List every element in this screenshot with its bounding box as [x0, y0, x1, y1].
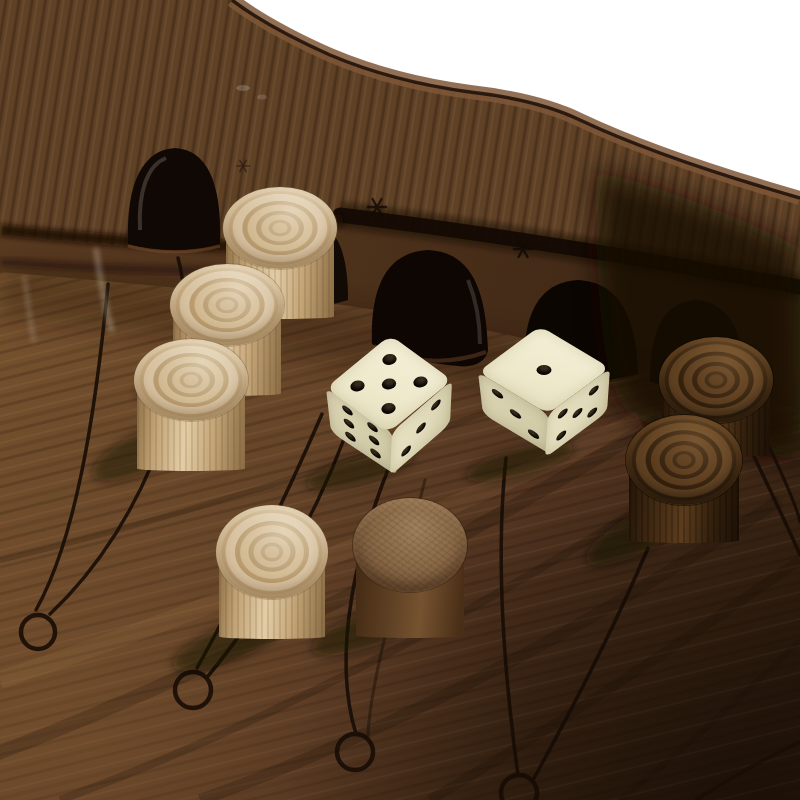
checker-carved-face — [216, 505, 328, 599]
die-pip — [368, 433, 379, 447]
die-pip — [345, 430, 356, 444]
die-pip — [587, 405, 597, 419]
walnut-checker-flipped[interactable] — [353, 498, 467, 638]
die-pip — [347, 378, 367, 394]
rim-glint — [257, 95, 267, 100]
die-pip — [410, 374, 430, 390]
die-pip — [528, 427, 540, 440]
die-pip — [572, 406, 582, 420]
die-pip — [401, 443, 411, 458]
die-pip — [589, 383, 599, 397]
die-pip — [378, 401, 398, 417]
checker-carved-face — [223, 187, 337, 269]
die-pip — [492, 387, 504, 400]
die-pip — [533, 363, 554, 377]
checker-carved-face — [134, 339, 248, 421]
checker-carved-face — [626, 415, 742, 505]
die-pip — [431, 397, 441, 412]
left-die[interactable] — [318, 330, 468, 480]
dark-checker-front[interactable] — [626, 415, 742, 543]
rim-glint — [236, 85, 250, 91]
checker-plain-underside — [353, 498, 467, 592]
light-checker-single[interactable] — [216, 505, 328, 639]
die-pip — [416, 420, 426, 435]
checker-carved-face — [659, 337, 773, 423]
checker-carved-face — [170, 264, 284, 346]
die-pip — [510, 407, 522, 420]
die-pip — [558, 406, 568, 420]
die-pip — [379, 376, 399, 392]
die-pip — [343, 417, 354, 431]
right-die[interactable] — [475, 318, 625, 468]
backgammon-photo-scene — [0, 0, 800, 800]
die-pip — [370, 447, 381, 461]
light-checker-stack-front[interactable] — [134, 339, 248, 471]
die-pip — [556, 428, 566, 442]
die-pip — [379, 352, 399, 368]
